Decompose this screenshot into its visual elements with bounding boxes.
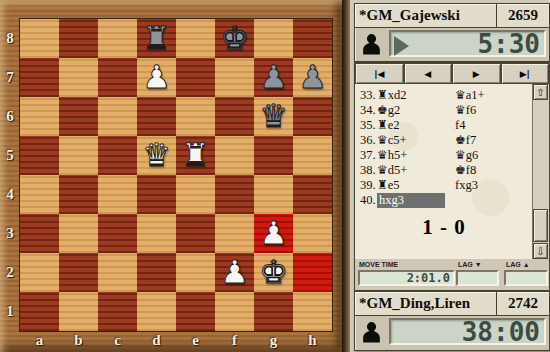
- black-move[interactable]: ♛a1+: [455, 88, 485, 103]
- square-h1[interactable]: [293, 292, 332, 331]
- file-label-c: c: [98, 330, 137, 350]
- square-b2[interactable]: [59, 253, 98, 292]
- piece-white-king: ♚: [259, 253, 288, 292]
- bottom-clock-time: 38:00: [462, 320, 540, 343]
- navigation-toolbar: |◀◀▶▶|: [355, 63, 549, 84]
- file-label-g: g: [254, 330, 293, 350]
- move-time-label: MOVE TIME: [359, 261, 398, 268]
- square-g5[interactable]: [254, 136, 293, 175]
- square-d8[interactable]: ♜: [137, 19, 176, 58]
- square-d3[interactable]: [137, 214, 176, 253]
- top-clock-row: 5:30: [355, 28, 549, 60]
- square-g2[interactable]: ♚: [254, 253, 293, 292]
- black-move[interactable]: ♛g6: [455, 148, 478, 163]
- move-row-39: 39.♜e5fxg3: [355, 178, 549, 193]
- square-c7[interactable]: [98, 58, 137, 97]
- top-player-avatar-icon: [359, 31, 384, 57]
- file-label-f: f: [215, 330, 254, 350]
- board-wooden-frame: 87654321 abcdefgh ♜♚♟♟♟♛♛♜♟♟♚: [0, 0, 343, 352]
- rank-label-2: 2: [2, 253, 18, 292]
- square-h2[interactable]: [293, 253, 332, 292]
- move-row-33: 33.♜xd2♛a1+: [355, 88, 549, 103]
- move-number: 33.: [360, 88, 376, 103]
- piece-white-pawn: ♟: [220, 253, 249, 292]
- square-h3[interactable]: [293, 214, 332, 253]
- square-a5[interactable]: [20, 136, 59, 175]
- move-time-value: 2:01.0: [407, 272, 450, 284]
- figurine-icon: ♛: [377, 148, 388, 162]
- square-g6[interactable]: ♛: [254, 97, 293, 136]
- square-e8[interactable]: [176, 19, 215, 58]
- white-move[interactable]: ♜e5: [377, 178, 400, 193]
- file-label-a: a: [20, 330, 59, 350]
- white-move[interactable]: ♚g2: [377, 103, 400, 118]
- rank-label-6: 6: [2, 97, 18, 136]
- rank-label-4: 4: [2, 175, 18, 214]
- square-f1[interactable]: [215, 292, 254, 331]
- square-c3[interactable]: [98, 214, 137, 253]
- top-player-clock: 5:30: [389, 30, 546, 57]
- lag-up-display: [504, 270, 548, 286]
- piece-black-rook: ♜: [142, 19, 171, 58]
- top-player-name-row: *GM_Gajewski 2659: [355, 4, 549, 28]
- nav-next-button[interactable]: ▶: [452, 63, 501, 84]
- square-e5[interactable]: ♜: [176, 136, 215, 175]
- square-b7[interactable]: [59, 58, 98, 97]
- figurine-icon: ♜: [377, 118, 388, 132]
- file-label-h: h: [293, 330, 332, 350]
- square-f7[interactable]: [215, 58, 254, 97]
- white-move[interactable]: ♜e2: [377, 118, 400, 133]
- square-f2[interactable]: ♟: [215, 253, 254, 292]
- square-e1[interactable]: [176, 292, 215, 331]
- move-number: 40.: [360, 193, 376, 208]
- rank-label-8: 8: [2, 19, 18, 58]
- square-e2[interactable]: [176, 253, 215, 292]
- top-clock-time: 5:30: [477, 32, 540, 55]
- figurine-icon: ♜: [377, 88, 388, 102]
- top-player-card: *GM_Gajewski 2659 5:30: [354, 3, 550, 62]
- figurine-icon: ♚: [455, 133, 466, 147]
- white-move[interactable]: ♛d5+: [377, 163, 407, 178]
- game-result: 1 - 0: [355, 215, 533, 240]
- black-move[interactable]: ♚f8: [455, 163, 476, 178]
- square-h7[interactable]: ♟: [293, 58, 332, 97]
- square-d1[interactable]: [137, 292, 176, 331]
- board-panel-divider: [343, 0, 350, 352]
- square-b8[interactable]: [59, 19, 98, 58]
- square-e3[interactable]: [176, 214, 215, 253]
- square-a2[interactable]: [20, 253, 59, 292]
- square-h6[interactable]: [293, 97, 332, 136]
- nav-last-button[interactable]: ▶|: [501, 63, 550, 84]
- piece-white-rook: ♜: [181, 136, 210, 175]
- square-b5[interactable]: [59, 136, 98, 175]
- square-d5[interactable]: ♛: [137, 136, 176, 175]
- nav-first-button[interactable]: |◀: [355, 63, 404, 84]
- bottom-player-rating: 2742: [497, 295, 549, 312]
- rank-label-7: 7: [2, 58, 18, 97]
- square-g3[interactable]: ♟: [254, 214, 293, 253]
- move-row-38: 38.♛d5+♚f8: [355, 163, 549, 178]
- square-a8[interactable]: [20, 19, 59, 58]
- square-g4[interactable]: [254, 175, 293, 214]
- move-number: 36.: [360, 133, 376, 148]
- game-notation-card: |◀◀▶▶| 33.♜xd2♛a1+34.♚g2♛f635.♜e2f436.♛c…: [354, 62, 550, 291]
- square-f5[interactable]: [215, 136, 254, 175]
- square-c2[interactable]: [98, 253, 137, 292]
- piece-white-queen: ♛: [142, 136, 171, 175]
- rank-label-1: 1: [2, 292, 18, 331]
- square-a3[interactable]: [20, 214, 59, 253]
- bottom-player-card: *GM_Ding,Liren 2742 38:00: [354, 291, 550, 351]
- scroll-up-button[interactable]: ⇧: [533, 84, 548, 100]
- square-c1[interactable]: [98, 292, 137, 331]
- black-move[interactable]: ♚f7: [455, 133, 476, 148]
- piece-white-pawn: ♟: [259, 214, 288, 253]
- black-move[interactable]: f4: [455, 118, 465, 133]
- scrollbar-thumb[interactable]: [533, 209, 548, 242]
- square-c4[interactable]: [98, 175, 137, 214]
- square-b3[interactable]: [59, 214, 98, 253]
- move-number: 37.: [360, 148, 376, 163]
- piece-white-pawn: ♟: [142, 58, 171, 97]
- chess-board[interactable]: ♜♚♟♟♟♛♛♜♟♟♚: [20, 19, 332, 331]
- square-a7[interactable]: [20, 58, 59, 97]
- square-c5[interactable]: [98, 136, 137, 175]
- square-c6[interactable]: [98, 97, 137, 136]
- square-a6[interactable]: [20, 97, 59, 136]
- white-move[interactable]: ♛h5+: [377, 148, 407, 163]
- move-row-35: 35.♜e2f4: [355, 118, 549, 133]
- square-g7[interactable]: ♟: [254, 58, 293, 97]
- square-f4[interactable]: [215, 175, 254, 214]
- square-h8[interactable]: [293, 19, 332, 58]
- figurine-icon: ♛: [455, 103, 466, 117]
- move-row-37: 37.♛h5+♛g6: [355, 148, 549, 163]
- bottom-player-avatar-icon: [359, 319, 384, 345]
- move-row-40: 40.hxg3: [355, 193, 549, 208]
- figurine-icon: ♜: [377, 178, 388, 192]
- figurine-icon: ♚: [455, 163, 466, 177]
- figurine-icon: ♛: [455, 88, 466, 102]
- move-number: 35.: [360, 118, 376, 133]
- square-f3[interactable]: [215, 214, 254, 253]
- square-d7[interactable]: ♟: [137, 58, 176, 97]
- square-a1[interactable]: [20, 292, 59, 331]
- figurine-icon: ♛: [377, 133, 388, 147]
- file-labels: abcdefgh: [20, 330, 332, 350]
- top-player-rating: 2659: [497, 7, 549, 24]
- move-number: 38.: [360, 163, 376, 178]
- file-label-b: b: [59, 330, 98, 350]
- lag-up-label: LAG ▲: [506, 261, 530, 268]
- file-label-e: e: [176, 330, 215, 350]
- square-d6[interactable]: [137, 97, 176, 136]
- square-a4[interactable]: [20, 175, 59, 214]
- figurine-icon: ♛: [377, 163, 388, 177]
- rank-labels: 87654321: [2, 19, 18, 331]
- black-move[interactable]: ♛f6: [455, 103, 476, 118]
- scroll-down-button[interactable]: ⇩: [533, 243, 548, 259]
- move-row-36: 36.♛c5+♚f7: [355, 133, 549, 148]
- top-player-name: *GM_Gajewski: [355, 7, 496, 24]
- rank-label-5: 5: [2, 136, 18, 175]
- piece-black-pawn: ♟: [259, 58, 288, 97]
- white-move[interactable]: hxg3: [377, 193, 445, 208]
- square-b4[interactable]: [59, 175, 98, 214]
- square-d2[interactable]: [137, 253, 176, 292]
- piece-black-king: ♚: [220, 19, 249, 58]
- move-row-34: 34.♚g2♛f6: [355, 103, 549, 118]
- square-b1[interactable]: [59, 292, 98, 331]
- chess-app-window: 87654321 abcdefgh ♜♚♟♟♟♛♛♜♟♟♚ *GM_Gajews…: [0, 0, 550, 352]
- square-g1[interactable]: [254, 292, 293, 331]
- lag-down-label: LAG ▼: [458, 261, 482, 268]
- square-f6[interactable]: [215, 97, 254, 136]
- move-time-display: 2:01.0: [358, 270, 455, 286]
- square-g8[interactable]: [254, 19, 293, 58]
- nav-prev-button[interactable]: ◀: [404, 63, 453, 84]
- square-f8[interactable]: ♚: [215, 19, 254, 58]
- piece-black-queen: ♛: [259, 97, 288, 136]
- lag-down-display: [456, 270, 499, 286]
- bottom-clock-row: 38:00: [355, 316, 549, 348]
- square-h4[interactable]: [293, 175, 332, 214]
- rank-label-3: 3: [2, 214, 18, 253]
- square-e6[interactable]: [176, 97, 215, 136]
- square-d4[interactable]: [137, 175, 176, 214]
- figurine-icon: ♛: [455, 148, 466, 162]
- bottom-player-name: *GM_Ding,Liren: [355, 295, 496, 312]
- square-h5[interactable]: [293, 136, 332, 175]
- bottom-player-clock: 38:00: [389, 318, 546, 345]
- movelist-scrollbar[interactable]: ⇧ ⇩: [532, 84, 549, 259]
- black-move[interactable]: fxg3: [455, 178, 478, 193]
- white-move[interactable]: ♜xd2: [377, 88, 407, 103]
- to-move-indicator-icon: [394, 36, 409, 56]
- square-c8[interactable]: [98, 19, 137, 58]
- figurine-icon: ♚: [377, 103, 388, 117]
- square-e4[interactable]: [176, 175, 215, 214]
- file-label-d: d: [137, 330, 176, 350]
- move-number: 39.: [360, 178, 376, 193]
- status-bar: MOVE TIME 2:01.0 LAG ▼ LAG ▲: [355, 259, 549, 290]
- move-number: 34.: [360, 103, 376, 118]
- bottom-player-name-row: *GM_Ding,Liren 2742: [355, 292, 549, 316]
- square-e7[interactable]: [176, 58, 215, 97]
- white-move[interactable]: ♛c5+: [377, 133, 407, 148]
- piece-black-pawn: ♟: [298, 58, 327, 97]
- square-b6[interactable]: [59, 97, 98, 136]
